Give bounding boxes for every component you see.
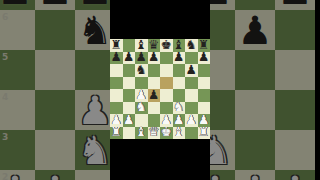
square-g2[interactable]: ♟ [185, 114, 198, 127]
piece-white-pawn[interactable]: ♟ [186, 114, 197, 127]
piece-white-knight[interactable]: ♞ [136, 101, 147, 114]
square-f5[interactable] [173, 77, 186, 90]
square-f1[interactable]: ♝ [173, 127, 186, 140]
piece-black-pawn[interactable]: ♟ [173, 51, 184, 64]
piece-white-bishop[interactable]: ♝ [173, 126, 184, 139]
square-d7[interactable]: ♟ [148, 52, 161, 65]
square-e4[interactable] [160, 89, 173, 102]
piece-white-bishop[interactable]: ♝ [136, 126, 147, 139]
square-e8[interactable]: ♚ [160, 39, 173, 52]
square-g6[interactable]: ♟ [185, 64, 198, 77]
square-b7[interactable]: ♟ [123, 52, 136, 65]
square-d6[interactable] [148, 64, 161, 77]
square-f7[interactable]: ♟ [173, 52, 186, 65]
square-h7[interactable]: ♟ [198, 52, 211, 65]
square-g8[interactable]: ♞ [185, 39, 198, 52]
piece-black-knight[interactable]: ♞ [186, 39, 197, 52]
square-c6[interactable]: ♞ [135, 64, 148, 77]
video-letterbox-column: ♜♝♛♚♝♞♜♟♟♟♟♟♟♞♟♟♟♞♞♟♟♟♟♟♟♜♝♛♚♝♜ [110, 0, 210, 180]
square-d4[interactable]: ♟ [148, 89, 161, 102]
piece-white-rook[interactable]: ♜ [111, 126, 122, 139]
piece-black-knight[interactable]: ♞ [136, 64, 147, 77]
square-h6[interactable] [198, 64, 211, 77]
piece-white-rook[interactable]: ♜ [198, 126, 209, 139]
square-e1[interactable]: ♚ [160, 127, 173, 140]
piece-white-pawn[interactable]: ♟ [123, 114, 134, 127]
square-h4[interactable] [198, 89, 211, 102]
square-a4[interactable] [110, 89, 123, 102]
piece-black-pawn[interactable]: ♟ [123, 51, 134, 64]
piece-black-pawn[interactable]: ♟ [198, 51, 209, 64]
square-e7[interactable] [160, 52, 173, 65]
chess-board[interactable]: ♜♝♛♚♝♞♜♟♟♟♟♟♟♞♟♟♟♞♞♟♟♟♟♟♟♜♝♛♚♝♜ [110, 39, 210, 139]
piece-white-queen[interactable]: ♛ [148, 126, 159, 139]
square-g5[interactable] [185, 77, 198, 90]
square-b4[interactable] [123, 89, 136, 102]
video-frame: ♜♝♛♚♝♞♜♟♟♟♟♟♟6♞♟54♟♟3♞♞♟2♟♟♟♟♟♜♝♛♚♝♜ ♜♝♛… [0, 0, 320, 180]
square-c3[interactable]: ♞ [135, 102, 148, 115]
piece-black-pawn[interactable]: ♟ [148, 51, 159, 64]
square-b6[interactable] [123, 64, 136, 77]
square-a1[interactable]: ♜ [110, 127, 123, 140]
square-d1[interactable]: ♛ [148, 127, 161, 140]
piece-black-pawn[interactable]: ♟ [186, 64, 197, 77]
square-b1[interactable] [123, 127, 136, 140]
square-a5[interactable] [110, 77, 123, 90]
square-c1[interactable]: ♝ [135, 127, 148, 140]
square-a7[interactable]: ♟ [110, 52, 123, 65]
square-d3[interactable] [148, 102, 161, 115]
piece-black-pawn[interactable]: ♟ [111, 51, 122, 64]
square-b5[interactable] [123, 77, 136, 90]
square-g4[interactable] [185, 89, 198, 102]
square-h1[interactable]: ♜ [198, 127, 211, 140]
square-e5[interactable] [160, 77, 173, 90]
square-g1[interactable] [185, 127, 198, 140]
piece-black-king[interactable]: ♚ [161, 39, 172, 52]
square-a6[interactable] [110, 64, 123, 77]
piece-black-pawn[interactable]: ♟ [148, 89, 159, 102]
piece-white-king[interactable]: ♚ [161, 126, 172, 139]
square-h5[interactable] [198, 77, 211, 90]
square-f6[interactable] [173, 64, 186, 77]
square-e6[interactable] [160, 64, 173, 77]
square-b2[interactable]: ♟ [123, 114, 136, 127]
